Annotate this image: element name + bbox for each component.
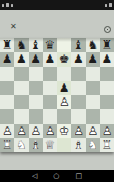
square-c7[interactable]: ♟	[29, 52, 43, 66]
square-f7[interactable]: ♟	[71, 52, 85, 66]
square-d6[interactable]	[43, 67, 57, 81]
white-knight[interactable]: ♞♘	[86, 138, 100, 152]
square-a5[interactable]	[0, 81, 14, 95]
white-bishop[interactable]: ♝♗	[29, 138, 43, 152]
square-h3[interactable]	[100, 109, 114, 123]
black-pawn[interactable]: ♟	[86, 52, 100, 66]
square-f6[interactable]	[71, 67, 85, 81]
white-queen[interactable]: ♛♕	[43, 138, 57, 152]
square-g1[interactable]: ♞♘	[86, 138, 100, 152]
square-f2[interactable]: ♟♙	[71, 124, 85, 138]
square-a7[interactable]: ♟	[0, 52, 14, 66]
wifi-icon	[105, 4, 107, 7]
square-c6[interactable]	[29, 67, 43, 81]
black-pawn[interactable]: ♟	[14, 52, 28, 66]
status-right-icons	[105, 3, 112, 7]
square-b1[interactable]: ♞♘	[14, 138, 28, 152]
square-h1[interactable]: ♜♖	[100, 138, 114, 152]
app-screen: ✕ ♜♞♝♛♝♞♜♟♟♟♟♚♟♟♟♟♟♙♟♙♟♙♟♙♟♙♚♔♟♙♟♙♟♙♜♖♞♘…	[0, 0, 114, 182]
square-e6[interactable]	[57, 67, 71, 81]
black-knight[interactable]: ♞	[14, 38, 28, 52]
square-d8[interactable]: ♛	[43, 38, 57, 52]
recents-icon[interactable]: □	[75, 173, 82, 180]
square-d7[interactable]: ♟	[43, 52, 57, 66]
status-left-icons	[2, 3, 13, 7]
black-knight[interactable]: ♞	[86, 38, 100, 52]
white-pawn[interactable]: ♟♙	[43, 124, 57, 138]
black-pawn[interactable]: ♟	[0, 52, 14, 66]
square-g6[interactable]	[86, 67, 100, 81]
black-king[interactable]: ♚	[57, 52, 71, 66]
square-f1[interactable]: ♝♗	[71, 138, 85, 152]
square-h8[interactable]: ♜	[100, 38, 114, 52]
close-icon[interactable]: ✕	[10, 23, 17, 31]
back-icon[interactable]: ◁	[32, 173, 37, 180]
square-g7[interactable]: ♟	[86, 52, 100, 66]
square-c3[interactable]	[29, 109, 43, 123]
square-c5[interactable]	[29, 81, 43, 95]
square-g4[interactable]	[86, 95, 100, 109]
square-h5[interactable]	[100, 81, 114, 95]
white-knight[interactable]: ♞♘	[14, 138, 28, 152]
white-pawn[interactable]: ♟♙	[57, 95, 71, 109]
square-b8[interactable]: ♞	[14, 38, 28, 52]
square-b5[interactable]	[14, 81, 28, 95]
white-bishop[interactable]: ♝♗	[71, 138, 85, 152]
black-bishop[interactable]: ♝	[29, 38, 43, 52]
white-pawn[interactable]: ♟♙	[100, 124, 114, 138]
square-d4[interactable]	[43, 95, 57, 109]
home-icon[interactable]: ○	[53, 173, 59, 180]
white-rook[interactable]: ♜♖	[0, 138, 14, 152]
square-e7[interactable]: ♚	[57, 52, 71, 66]
square-b6[interactable]	[14, 67, 28, 81]
battery-icon	[109, 3, 112, 7]
square-g5[interactable]	[86, 81, 100, 95]
white-rook[interactable]: ♜♖	[100, 138, 114, 152]
square-a2[interactable]: ♟♙	[0, 124, 14, 138]
black-rook[interactable]: ♜	[100, 38, 114, 52]
white-pawn[interactable]: ♟♙	[86, 124, 100, 138]
black-rook[interactable]: ♜	[0, 38, 14, 52]
black-pawn[interactable]: ♟	[71, 52, 85, 66]
square-a6[interactable]	[0, 67, 14, 81]
notification-icon	[2, 4, 4, 7]
white-pawn[interactable]: ♟♙	[29, 124, 43, 138]
square-h4[interactable]	[100, 95, 114, 109]
white-king[interactable]: ♚♔	[57, 124, 71, 138]
android-status-bar	[0, 0, 114, 10]
square-a3[interactable]	[0, 109, 14, 123]
white-pawn[interactable]: ♟♙	[71, 124, 85, 138]
square-e8[interactable]	[57, 38, 71, 52]
square-f3[interactable]	[71, 109, 85, 123]
square-c2[interactable]: ♟♙	[29, 124, 43, 138]
black-pawn[interactable]: ♟	[100, 52, 114, 66]
square-h7[interactable]: ♟	[100, 52, 114, 66]
square-a8[interactable]: ♜	[0, 38, 14, 52]
black-pawn[interactable]: ♟	[29, 52, 43, 66]
square-g2[interactable]: ♟♙	[86, 124, 100, 138]
white-pawn[interactable]: ♟♙	[14, 124, 28, 138]
square-b3[interactable]	[14, 109, 28, 123]
notification-icon	[6, 3, 9, 7]
black-pawn[interactable]: ♟	[57, 81, 71, 95]
chess-board: ♜♞♝♛♝♞♜♟♟♟♟♚♟♟♟♟♟♙♟♙♟♙♟♙♟♙♚♔♟♙♟♙♟♙♜♖♞♘♝♗…	[0, 38, 114, 152]
square-c8[interactable]: ♝	[29, 38, 43, 52]
square-e1[interactable]	[57, 138, 71, 152]
square-b4[interactable]	[14, 95, 28, 109]
square-g3[interactable]	[86, 109, 100, 123]
timer-icon[interactable]	[104, 26, 111, 33]
black-pawn[interactable]: ♟	[43, 52, 57, 66]
square-e5[interactable]: ♟	[57, 81, 71, 95]
square-h6[interactable]	[100, 67, 114, 81]
android-nav-bar: ◁ ○ □	[0, 170, 114, 182]
square-e2[interactable]: ♚♔	[57, 124, 71, 138]
square-a4[interactable]	[0, 95, 14, 109]
square-f4[interactable]	[71, 95, 85, 109]
notification-icon	[11, 4, 13, 7]
square-c1[interactable]: ♝♗	[29, 138, 43, 152]
square-d3[interactable]	[43, 109, 57, 123]
square-e4[interactable]: ♟♙	[57, 95, 71, 109]
square-f5[interactable]	[71, 81, 85, 95]
square-b7[interactable]: ♟	[14, 52, 28, 66]
square-e3[interactable]	[57, 109, 71, 123]
square-g8[interactable]: ♞	[86, 38, 100, 52]
black-bishop[interactable]: ♝	[71, 38, 85, 52]
black-queen[interactable]: ♛	[43, 38, 57, 52]
square-c4[interactable]	[29, 95, 43, 109]
white-pawn[interactable]: ♟♙	[0, 124, 14, 138]
square-h2[interactable]: ♟♙	[100, 124, 114, 138]
square-b2[interactable]: ♟♙	[14, 124, 28, 138]
square-d1[interactable]: ♛♕	[43, 138, 57, 152]
square-d2[interactable]: ♟♙	[43, 124, 57, 138]
square-f8[interactable]: ♝	[71, 38, 85, 52]
square-d5[interactable]	[43, 81, 57, 95]
square-a1[interactable]: ♜♖	[0, 138, 14, 152]
